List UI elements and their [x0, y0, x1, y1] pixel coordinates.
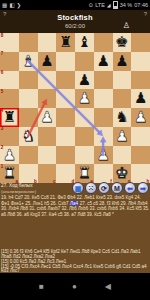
- square-c3[interactable]: [38, 127, 57, 146]
- square-f7[interactable]: ♟: [94, 52, 113, 71]
- square-b3[interactable]: ♞: [19, 127, 38, 146]
- rank-label-1: 1: [1, 164, 4, 169]
- board-button[interactable]: ▦: [72, 182, 84, 194]
- piece-black-bishop: ♝: [78, 33, 91, 52]
- square-f8[interactable]: [94, 33, 113, 52]
- square-d2[interactable]: [56, 146, 75, 165]
- analysis-line-3[interactable]: [15] -0.05 Сf3 Лxc4 Лec1 Сb5 Лxc4 Сxc4 Л…: [1, 264, 150, 273]
- square-a5[interactable]: 5: [0, 89, 19, 108]
- square-g7[interactable]: ♟: [113, 52, 132, 71]
- next-move-button-icon: ➡: [140, 185, 146, 192]
- engine-analysis[interactable]: [15] 0.36 f3 Кh6 Сe4 Кf5 Крf2 Кe7 Лed1 Л…: [1, 249, 150, 273]
- piece-black-pawn: ♟: [96, 52, 109, 71]
- square-h5[interactable]: ♟: [131, 89, 150, 108]
- game-header: ? ? Stockfish 60/2:00 ♙: [0, 10, 150, 33]
- notification-app-icon: ◧: [9, 2, 14, 8]
- square-g3[interactable]: ♟: [113, 127, 132, 146]
- prev-move-button[interactable]: ⬅: [124, 182, 136, 194]
- square-h7[interactable]: [131, 52, 150, 71]
- square-g5[interactable]: [113, 89, 132, 108]
- black-player-name[interactable]: ?: [144, 11, 147, 17]
- square-g6[interactable]: [113, 71, 132, 90]
- square-f5[interactable]: [94, 89, 113, 108]
- square-e3[interactable]: [75, 127, 94, 146]
- game-status-text: 27. Ход белых (анализирование): [0, 183, 51, 195]
- current-move[interactable]: Ла4: [70, 201, 79, 206]
- square-a6[interactable]: 6: [0, 71, 19, 90]
- square-d1[interactable]: d: [56, 164, 75, 183]
- mode-button-icon: M: [114, 185, 120, 192]
- piece-black-pawn: ♟: [115, 52, 128, 71]
- square-b7[interactable]: ♝: [19, 52, 38, 71]
- rank-label-3: 3: [1, 126, 4, 131]
- square-b4[interactable]: [19, 108, 38, 127]
- battery-percent-label: 34 %: [120, 2, 133, 8]
- square-b6[interactable]: [19, 71, 38, 90]
- square-a1[interactable]: 1a♜: [0, 164, 19, 183]
- piece-black-pawn: ♟: [78, 71, 91, 90]
- home-button[interactable]: ●: [72, 283, 77, 291]
- status-bar-right: ⊙ LTE ◢ 34 % 07:46: [89, 1, 148, 9]
- piece-white-pawn: ♟: [40, 108, 53, 127]
- android-nav-bar: ■ ● ◀: [0, 273, 150, 300]
- square-e4[interactable]: [75, 108, 94, 127]
- square-h8[interactable]: [131, 33, 150, 52]
- square-g4[interactable]: ♞: [113, 108, 132, 127]
- square-c1[interactable]: c: [38, 164, 57, 183]
- piece-black-rook: ♜: [3, 108, 16, 127]
- square-g8[interactable]: ♚: [113, 33, 132, 52]
- square-d8[interactable]: ♜: [56, 33, 75, 52]
- rank-label-8: 8: [1, 33, 4, 38]
- redo-button-icon: ⟳: [101, 185, 107, 192]
- location-icon: ⊙: [89, 2, 94, 8]
- engine-button-icon: ⁙: [88, 185, 94, 192]
- square-e2[interactable]: [75, 146, 94, 165]
- square-h6[interactable]: [131, 71, 150, 90]
- analysis-line-1[interactable]: [15] 0.36 f3 Кh6 Сe4 Кf5 Крf2 Кe7 Лed1 Л…: [1, 249, 150, 259]
- square-c2[interactable]: [38, 146, 57, 165]
- square-e5[interactable]: ♟: [75, 89, 94, 108]
- rank-label-7: 7: [1, 51, 4, 56]
- square-b1[interactable]: b: [19, 164, 38, 183]
- signal-strength-icon: ◢: [107, 2, 111, 8]
- square-d7[interactable]: [56, 52, 75, 71]
- square-g2[interactable]: [113, 146, 132, 165]
- network-type-label: LTE: [95, 2, 105, 8]
- redo-button[interactable]: ⟳: [98, 182, 110, 194]
- piece-white-rook: ♜: [78, 164, 91, 183]
- rank-label-5: 5: [1, 89, 4, 94]
- square-a4[interactable]: 4♜: [0, 108, 19, 127]
- square-h1[interactable]: h: [131, 164, 150, 183]
- square-e7[interactable]: [75, 52, 94, 71]
- square-d5[interactable]: [56, 89, 75, 108]
- android-status-bar: ▦ ◧ ❯ ⊙ LTE ◢ 34 % 07:46: [0, 0, 150, 10]
- rank-label-4: 4: [1, 108, 4, 113]
- square-f4[interactable]: [94, 108, 113, 127]
- square-g1[interactable]: g♚: [113, 164, 132, 183]
- control-row: 27. Ход белых (анализирование) ▦⁙⟳M⬅➡: [0, 183, 150, 195]
- square-f1[interactable]: f: [94, 164, 113, 183]
- piece-black-rook: ♜: [59, 33, 72, 52]
- white-player-name[interactable]: ?: [3, 11, 6, 17]
- square-c4[interactable]: ♟: [38, 108, 57, 127]
- square-b8[interactable]: [19, 33, 38, 52]
- back-button[interactable]: ◀: [105, 283, 111, 291]
- button-row: ▦⁙⟳M⬅➡: [72, 182, 150, 194]
- square-a3[interactable]: 3: [0, 127, 19, 146]
- piece-white-rook: ♜: [3, 164, 16, 183]
- piece-white-pawn: ♟: [115, 127, 128, 146]
- piece-white-bishop: ♝: [21, 52, 34, 71]
- square-e6[interactable]: ♟: [75, 71, 94, 90]
- droidfish-screen: ▦ ◧ ❯ ⊙ LTE ◢ 34 % 07:46 ? ? Stockfish 6…: [0, 0, 150, 300]
- square-d6[interactable]: [56, 71, 75, 90]
- square-c6[interactable]: [38, 71, 57, 90]
- square-h3[interactable]: [131, 127, 150, 146]
- piece-white-king: ♚: [115, 164, 128, 183]
- piece-white-pawn: ♟: [134, 108, 147, 127]
- recents-button[interactable]: ■: [39, 283, 44, 291]
- board-grid: 8♜♝♚7♝♟♟♟6♟5♟♟4♜♟♞♟3♞♟2♟♟1a♜bcde♜fg♚h: [0, 33, 150, 183]
- square-h2[interactable]: [131, 146, 150, 165]
- square-b2[interactable]: [19, 146, 38, 165]
- square-e8[interactable]: ♝: [75, 33, 94, 52]
- analysis-status-label: (анализирование): [1, 189, 36, 193]
- piece-white-pawn: ♟: [78, 89, 91, 108]
- square-d4[interactable]: [56, 108, 75, 127]
- status-bar-left-icons: ▦ ◧ ❯: [2, 2, 21, 8]
- square-c8[interactable]: [38, 33, 57, 52]
- rank-label-2: 2: [1, 145, 4, 150]
- board-button-icon: ▦: [75, 185, 82, 192]
- piece-black-pawn: ♟: [134, 89, 147, 108]
- square-c7[interactable]: ♟: [38, 52, 57, 71]
- move-list[interactable]: 19. h4 Сd7 20. Кe5 Сc8 21. Фe3 Фb4 22. Л…: [1, 195, 150, 238]
- next-move-button[interactable]: ➡: [137, 182, 149, 194]
- side-to-move-pawn-icon: ♙: [123, 22, 130, 30]
- battery-icon: [113, 1, 118, 9]
- mode-button[interactable]: M: [111, 182, 123, 194]
- notification-chevron-icon: ❯: [16, 2, 21, 8]
- piece-black-knight: ♞: [115, 108, 128, 127]
- piece-white-pawn: ♟: [96, 146, 109, 165]
- rank-label-6: 6: [1, 70, 4, 75]
- piece-white-pawn: ♟: [3, 146, 16, 165]
- clock-label: 07:46: [134, 2, 148, 8]
- piece-black-king: ♚: [115, 33, 128, 52]
- square-h4[interactable]: ♟: [131, 108, 150, 127]
- piece-white-knight: ♞: [21, 127, 34, 146]
- engine-button[interactable]: ⁙: [85, 182, 97, 194]
- move-status-label: 27. Ход белых: [1, 183, 41, 188]
- prev-move-button-icon: ⬅: [127, 185, 133, 192]
- square-f3[interactable]: [94, 127, 113, 146]
- square-c5[interactable]: [38, 89, 57, 108]
- square-e1[interactable]: e♜: [75, 164, 94, 183]
- square-f6[interactable]: [94, 71, 113, 90]
- square-d3[interactable]: [56, 127, 75, 146]
- square-a7[interactable]: 7: [0, 52, 19, 71]
- square-f2[interactable]: ♟: [94, 146, 113, 165]
- square-a8[interactable]: 8: [0, 33, 19, 52]
- square-b5[interactable]: [19, 89, 38, 108]
- notification-grid-icon: ▦: [2, 2, 7, 8]
- square-a2[interactable]: 2♟: [0, 146, 19, 165]
- piece-black-pawn: ♟: [40, 52, 53, 71]
